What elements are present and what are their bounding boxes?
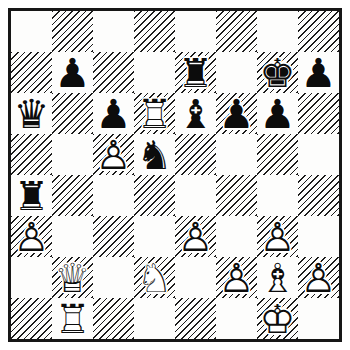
square-e8[interactable]	[175, 11, 216, 52]
black-rook-glyph: ♜	[175, 52, 216, 93]
square-h5[interactable]	[298, 134, 339, 175]
square-e2[interactable]	[175, 257, 216, 298]
piece-white-king: ♚♔	[257, 298, 298, 339]
black-pawn-glyph: ♟	[52, 52, 93, 93]
white-pawn-outline-glyph: ♙	[175, 216, 216, 257]
square-g6[interactable]: ♟	[257, 93, 298, 134]
chess-board: ♟♜♚♟♛♟♜♖♝♟♟♟♙♞♜♟♙♟♙♟♙♛♕♞♘♟♙♝♗♟♙♜♖♚♔	[11, 11, 339, 339]
piece-black-rook: ♜	[11, 175, 52, 216]
square-e1[interactable]	[175, 298, 216, 339]
square-b4[interactable]	[52, 175, 93, 216]
black-bishop-glyph: ♝	[175, 93, 216, 134]
square-f8[interactable]	[216, 11, 257, 52]
black-knight-glyph: ♞	[134, 134, 175, 175]
square-d1[interactable]	[134, 298, 175, 339]
square-g7[interactable]: ♚	[257, 52, 298, 93]
white-pawn-outline-glyph: ♙	[216, 257, 257, 298]
square-c1[interactable]	[93, 298, 134, 339]
black-pawn-glyph: ♟	[298, 52, 339, 93]
square-c3[interactable]	[93, 216, 134, 257]
black-rook-glyph: ♜	[11, 175, 52, 216]
piece-white-rook: ♜♖	[134, 93, 175, 134]
square-c4[interactable]	[93, 175, 134, 216]
square-e4[interactable]	[175, 175, 216, 216]
black-pawn-glyph: ♟	[216, 93, 257, 134]
square-a4[interactable]: ♜	[11, 175, 52, 216]
square-d3[interactable]	[134, 216, 175, 257]
square-g8[interactable]	[257, 11, 298, 52]
piece-white-pawn: ♟♙	[11, 216, 52, 257]
white-queen-outline-glyph: ♕	[52, 257, 93, 298]
square-d7[interactable]	[134, 52, 175, 93]
square-d5[interactable]: ♞	[134, 134, 175, 175]
square-h6[interactable]	[298, 93, 339, 134]
piece-black-pawn: ♟	[216, 93, 257, 134]
square-h8[interactable]	[298, 11, 339, 52]
piece-white-rook: ♜♖	[52, 298, 93, 339]
white-rook-outline-glyph: ♖	[52, 298, 93, 339]
square-d8[interactable]	[134, 11, 175, 52]
square-f1[interactable]	[216, 298, 257, 339]
square-g5[interactable]	[257, 134, 298, 175]
square-a1[interactable]	[11, 298, 52, 339]
square-b7[interactable]: ♟	[52, 52, 93, 93]
square-e7[interactable]: ♜	[175, 52, 216, 93]
piece-black-pawn: ♟	[257, 93, 298, 134]
black-pawn-glyph: ♟	[93, 93, 134, 134]
white-bishop-outline-glyph: ♗	[257, 257, 298, 298]
square-e5[interactable]	[175, 134, 216, 175]
white-knight-outline-glyph: ♘	[134, 257, 175, 298]
white-rook-outline-glyph: ♖	[134, 93, 175, 134]
piece-white-pawn: ♟♙	[257, 216, 298, 257]
piece-black-pawn: ♟	[93, 93, 134, 134]
square-d2[interactable]: ♞♘	[134, 257, 175, 298]
piece-black-king: ♚	[257, 52, 298, 93]
square-a2[interactable]	[11, 257, 52, 298]
square-d4[interactable]	[134, 175, 175, 216]
white-pawn-outline-glyph: ♙	[11, 216, 52, 257]
white-pawn-outline-glyph: ♙	[93, 134, 134, 175]
square-g4[interactable]	[257, 175, 298, 216]
white-pawn-outline-glyph: ♙	[298, 257, 339, 298]
square-f4[interactable]	[216, 175, 257, 216]
square-b2[interactable]: ♛♕	[52, 257, 93, 298]
piece-white-bishop: ♝♗	[257, 257, 298, 298]
piece-white-pawn: ♟♙	[93, 134, 134, 175]
black-pawn-glyph: ♟	[257, 93, 298, 134]
square-e3[interactable]: ♟♙	[175, 216, 216, 257]
square-c5[interactable]: ♟♙	[93, 134, 134, 175]
piece-black-bishop: ♝	[175, 93, 216, 134]
square-b6[interactable]	[52, 93, 93, 134]
piece-white-pawn: ♟♙	[216, 257, 257, 298]
square-h2[interactable]: ♟♙	[298, 257, 339, 298]
square-b1[interactable]: ♜♖	[52, 298, 93, 339]
square-a8[interactable]	[11, 11, 52, 52]
square-g1[interactable]: ♚♔	[257, 298, 298, 339]
piece-black-knight: ♞	[134, 134, 175, 175]
square-h1[interactable]	[298, 298, 339, 339]
square-f2[interactable]: ♟♙	[216, 257, 257, 298]
black-king-glyph: ♚	[257, 52, 298, 93]
piece-white-pawn: ♟♙	[175, 216, 216, 257]
square-a5[interactable]	[11, 134, 52, 175]
chess-diagram: ♟♜♚♟♛♟♜♖♝♟♟♟♙♞♜♟♙♟♙♟♙♛♕♞♘♟♙♝♗♟♙♜♖♚♔	[0, 0, 350, 350]
square-h7[interactable]: ♟	[298, 52, 339, 93]
square-c6[interactable]: ♟	[93, 93, 134, 134]
white-pawn-outline-glyph: ♙	[257, 216, 298, 257]
square-b5[interactable]	[52, 134, 93, 175]
square-f7[interactable]	[216, 52, 257, 93]
piece-black-rook: ♜	[175, 52, 216, 93]
square-f6[interactable]: ♟	[216, 93, 257, 134]
square-g2[interactable]: ♝♗	[257, 257, 298, 298]
square-c7[interactable]	[93, 52, 134, 93]
piece-black-pawn: ♟	[52, 52, 93, 93]
square-c2[interactable]	[93, 257, 134, 298]
square-d6[interactable]: ♜♖	[134, 93, 175, 134]
piece-black-pawn: ♟	[298, 52, 339, 93]
black-queen-glyph: ♛	[11, 93, 52, 134]
square-a6[interactable]: ♛	[11, 93, 52, 134]
square-f5[interactable]	[216, 134, 257, 175]
square-e6[interactable]: ♝	[175, 93, 216, 134]
square-b8[interactable]	[52, 11, 93, 52]
square-h3[interactable]	[298, 216, 339, 257]
white-king-outline-glyph: ♔	[257, 298, 298, 339]
square-c8[interactable]	[93, 11, 134, 52]
piece-black-queen: ♛	[11, 93, 52, 134]
square-a7[interactable]	[11, 52, 52, 93]
square-b3[interactable]	[52, 216, 93, 257]
piece-white-queen: ♛♕	[52, 257, 93, 298]
square-a3[interactable]: ♟♙	[11, 216, 52, 257]
piece-white-pawn: ♟♙	[298, 257, 339, 298]
piece-white-knight: ♞♘	[134, 257, 175, 298]
square-f3[interactable]	[216, 216, 257, 257]
square-g3[interactable]: ♟♙	[257, 216, 298, 257]
square-h4[interactable]	[298, 175, 339, 216]
